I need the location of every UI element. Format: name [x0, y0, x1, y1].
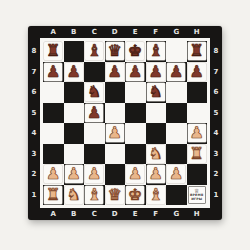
- piece-card: ♞: [65, 186, 83, 204]
- piece-card: ♟: [147, 165, 165, 183]
- black-pawn[interactable]: ♟: [46, 62, 60, 80]
- square-h5[interactable]: [187, 103, 208, 124]
- piece-card: ♜: [44, 42, 62, 60]
- rank-label: 8: [210, 41, 222, 62]
- white-queen[interactable]: ♛: [108, 185, 122, 203]
- square-b8[interactable]: [64, 41, 85, 62]
- piece-card: ♟: [106, 63, 124, 81]
- square-h7[interactable]: ♟: [187, 62, 208, 83]
- black-pawn[interactable]: ♟: [108, 62, 122, 80]
- file-label: B: [64, 208, 85, 220]
- rank-label: 1: [28, 185, 40, 206]
- black-pawn[interactable]: ♟: [190, 62, 204, 80]
- square-g8[interactable]: [166, 41, 187, 62]
- square-f4[interactable]: [146, 123, 167, 144]
- square-d1[interactable]: ♛: [105, 185, 126, 206]
- square-d4[interactable]: ♟: [105, 123, 126, 144]
- black-pawn[interactable]: ♟: [128, 62, 142, 80]
- square-a1[interactable]: ♜: [43, 185, 64, 206]
- square-d3[interactable]: [105, 144, 126, 165]
- white-pawn[interactable]: ♟: [169, 165, 183, 183]
- white-pawn[interactable]: ♟: [87, 165, 101, 183]
- square-b5[interactable]: [64, 103, 85, 124]
- square-c5[interactable]: ♟: [84, 103, 105, 124]
- square-f5[interactable]: [146, 103, 167, 124]
- square-h8[interactable]: ♜: [187, 41, 208, 62]
- square-d5[interactable]: [105, 103, 126, 124]
- white-pawn[interactable]: ♟: [128, 165, 142, 183]
- square-a3[interactable]: [43, 144, 64, 165]
- rank-label: 6: [28, 82, 40, 103]
- square-f2[interactable]: ♟: [146, 164, 167, 185]
- rank-label: 7: [28, 62, 40, 83]
- white-pawn[interactable]: ♟: [190, 124, 204, 142]
- piece-card: ♟: [106, 124, 124, 142]
- square-e1[interactable]: ♚: [125, 185, 146, 206]
- rank-label: 8: [28, 41, 40, 62]
- square-h2[interactable]: [187, 164, 208, 185]
- square-e7[interactable]: ♟: [125, 62, 146, 83]
- black-rook[interactable]: ♜: [190, 42, 204, 60]
- black-pawn[interactable]: ♟: [169, 62, 183, 80]
- square-e3[interactable]: [125, 144, 146, 165]
- white-pawn[interactable]: ♟: [108, 124, 122, 142]
- square-f3[interactable]: ♞: [146, 144, 167, 165]
- square-g5[interactable]: [166, 103, 187, 124]
- brand-logo: ♕ВРЕМЯИГРЫ: [188, 186, 206, 204]
- file-label: A: [43, 26, 64, 38]
- file-label: C: [84, 26, 105, 38]
- square-f6[interactable]: ♞: [146, 82, 167, 103]
- white-pawn[interactable]: ♟: [67, 165, 81, 183]
- piece-card: ♝: [85, 42, 103, 60]
- piece-card: ♟: [65, 63, 83, 81]
- white-rook[interactable]: ♜: [46, 185, 60, 203]
- black-pawn[interactable]: ♟: [67, 62, 81, 80]
- piece-card: ♞: [147, 145, 165, 163]
- rank-label: 1: [210, 185, 222, 206]
- piece-card: ♟: [167, 63, 185, 81]
- square-c7[interactable]: [84, 62, 105, 83]
- square-h3[interactable]: ♜: [187, 144, 208, 165]
- square-c3[interactable]: [84, 144, 105, 165]
- piece-card: ♛: [106, 186, 124, 204]
- square-d2[interactable]: [105, 164, 126, 185]
- file-label: F: [146, 26, 167, 38]
- square-f1[interactable]: ♝: [146, 185, 167, 206]
- file-label: A: [43, 208, 64, 220]
- square-g2[interactable]: ♟: [166, 164, 187, 185]
- piece-card: ♞: [147, 83, 165, 101]
- black-rook[interactable]: ♜: [46, 42, 60, 60]
- square-d6[interactable]: [105, 82, 126, 103]
- board-grid: ♜♝♛♚♝♜♟♟♟♟♟♟♟♞♞♟♟♟♞♜♟♟♟♟♟♟♜♞♝♛♚♝♕ВРЕМЯИГ…: [43, 41, 207, 205]
- white-knight[interactable]: ♞: [67, 185, 81, 203]
- black-bishop[interactable]: ♝: [87, 42, 101, 60]
- rank-label: 2: [28, 164, 40, 185]
- piece-card: ♟: [44, 63, 62, 81]
- rank-label: 4: [28, 123, 40, 144]
- square-c8[interactable]: ♝: [84, 41, 105, 62]
- piece-card: ♟: [85, 165, 103, 183]
- rank-label: 6: [210, 82, 222, 103]
- file-label: H: [187, 208, 208, 220]
- square-b6[interactable]: [64, 82, 85, 103]
- black-bishop[interactable]: ♝: [149, 42, 163, 60]
- piece-card: ♜: [188, 42, 206, 60]
- square-c1[interactable]: ♝: [84, 185, 105, 206]
- square-g4[interactable]: [166, 123, 187, 144]
- square-g7[interactable]: ♟: [166, 62, 187, 83]
- black-pawn[interactable]: ♟: [87, 103, 101, 121]
- piece-card: ♟: [44, 165, 62, 183]
- square-b2[interactable]: ♟: [64, 164, 85, 185]
- file-label: C: [84, 208, 105, 220]
- rank-label: 3: [28, 144, 40, 165]
- square-a2[interactable]: ♟: [43, 164, 64, 185]
- square-b7[interactable]: ♟: [64, 62, 85, 83]
- file-label: E: [125, 26, 146, 38]
- square-g6[interactable]: [166, 82, 187, 103]
- square-h1[interactable]: ♕ВРЕМЯИГРЫ: [187, 185, 208, 206]
- rank-label: 7: [210, 62, 222, 83]
- black-pawn[interactable]: ♟: [149, 62, 163, 80]
- white-pawn[interactable]: ♟: [46, 165, 60, 183]
- square-e8[interactable]: ♚: [125, 41, 146, 62]
- piece-card: ♟: [126, 165, 144, 183]
- file-label: G: [166, 26, 187, 38]
- square-a4[interactable]: [43, 123, 64, 144]
- square-a5[interactable]: [43, 103, 64, 124]
- square-d8[interactable]: ♛: [105, 41, 126, 62]
- square-d7[interactable]: ♟: [105, 62, 126, 83]
- black-knight[interactable]: ♞: [149, 83, 163, 101]
- file-label: B: [64, 26, 85, 38]
- piece-card: ♟: [188, 63, 206, 81]
- file-label: E: [125, 208, 146, 220]
- file-label: D: [105, 208, 126, 220]
- rank-labels-right: 87654321: [210, 41, 222, 205]
- square-c2[interactable]: ♟: [84, 164, 105, 185]
- piece-card: ♛: [106, 42, 124, 60]
- square-c4[interactable]: [84, 123, 105, 144]
- piece-card: ♝: [147, 186, 165, 204]
- piece-card: ♜: [44, 186, 62, 204]
- white-knight[interactable]: ♞: [149, 144, 163, 162]
- square-a6[interactable]: [43, 82, 64, 103]
- white-pawn[interactable]: ♟: [149, 165, 163, 183]
- piece-card: ♟: [167, 165, 185, 183]
- square-a7[interactable]: ♟: [43, 62, 64, 83]
- white-rook[interactable]: ♜: [190, 144, 204, 162]
- demo-board: ABCDEFGH ABCDEFGH 87654321 87654321 ♜♝♛♚…: [28, 26, 222, 220]
- square-e5[interactable]: [125, 103, 146, 124]
- rank-labels-left: 87654321: [28, 41, 40, 205]
- rank-label: 2: [210, 164, 222, 185]
- piece-card: ♝: [85, 186, 103, 204]
- piece-card: ♚: [126, 186, 144, 204]
- square-e2[interactable]: ♟: [125, 164, 146, 185]
- square-f7[interactable]: ♟: [146, 62, 167, 83]
- piece-card: ♟: [188, 124, 206, 142]
- brand-logo-text: ИГРЫ: [191, 198, 202, 202]
- file-labels-top: ABCDEFGH: [43, 26, 207, 38]
- white-king[interactable]: ♚: [128, 185, 142, 203]
- piece-card: ♟: [85, 104, 103, 122]
- rank-label: 5: [210, 103, 222, 124]
- piece-card: ♝: [147, 42, 165, 60]
- piece-card: ♟: [126, 63, 144, 81]
- square-h6[interactable]: [187, 82, 208, 103]
- file-label: F: [146, 208, 167, 220]
- file-labels-bottom: ABCDEFGH: [43, 208, 207, 220]
- square-f8[interactable]: ♝: [146, 41, 167, 62]
- square-e4[interactable]: [125, 123, 146, 144]
- piece-card: ♟: [65, 165, 83, 183]
- file-label: G: [166, 208, 187, 220]
- photo-background: { "game": "chess", "board_description": …: [0, 0, 250, 250]
- square-e6[interactable]: [125, 82, 146, 103]
- black-queen[interactable]: ♛: [108, 42, 122, 60]
- white-bishop[interactable]: ♝: [87, 185, 101, 203]
- square-b4[interactable]: [64, 123, 85, 144]
- square-g3[interactable]: [166, 144, 187, 165]
- piece-card: ♚: [126, 42, 144, 60]
- square-b1[interactable]: ♞: [64, 185, 85, 206]
- white-bishop[interactable]: ♝: [149, 185, 163, 203]
- piece-card: ♟: [147, 63, 165, 81]
- square-c6[interactable]: ♞: [84, 82, 105, 103]
- file-label: D: [105, 26, 126, 38]
- square-b3[interactable]: [64, 144, 85, 165]
- black-knight[interactable]: ♞: [87, 83, 101, 101]
- file-label: H: [187, 26, 208, 38]
- rank-label: 5: [28, 103, 40, 124]
- piece-card: ♜: [188, 145, 206, 163]
- piece-card: ♞: [85, 83, 103, 101]
- black-king[interactable]: ♚: [128, 42, 142, 60]
- square-h4[interactable]: ♟: [187, 123, 208, 144]
- rank-label: 3: [210, 144, 222, 165]
- square-a8[interactable]: ♜: [43, 41, 64, 62]
- rank-label: 4: [210, 123, 222, 144]
- square-g1[interactable]: [166, 185, 187, 206]
